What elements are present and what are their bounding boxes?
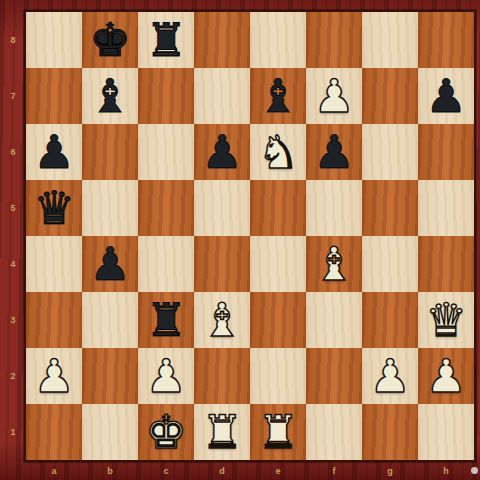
square-b4[interactable]: ♟ (82, 236, 138, 292)
square-a8[interactable] (26, 12, 82, 68)
square-a7[interactable] (26, 68, 82, 124)
file-label-f: f (324, 466, 344, 476)
piece-white-bishop-f4[interactable]: ♝ (306, 236, 362, 292)
square-e5[interactable] (250, 180, 306, 236)
file-label-b: b (100, 466, 120, 476)
square-a3[interactable] (26, 292, 82, 348)
file-label-d: d (212, 466, 232, 476)
piece-white-rook-e1[interactable]: ♜ (250, 404, 306, 460)
rank-label-5: 5 (0, 203, 26, 213)
square-g1[interactable] (362, 404, 418, 460)
square-g5[interactable] (362, 180, 418, 236)
square-h5[interactable] (418, 180, 474, 236)
square-f6[interactable]: ♟ (306, 124, 362, 180)
square-d6[interactable]: ♟ (194, 124, 250, 180)
piece-white-rook-d1[interactable]: ♜ (194, 404, 250, 460)
square-a4[interactable] (26, 236, 82, 292)
square-g3[interactable] (362, 292, 418, 348)
square-g2[interactable]: ♟ (362, 348, 418, 404)
square-d4[interactable] (194, 236, 250, 292)
piece-black-queen-a5[interactable]: ♛ (26, 180, 82, 236)
chess-board: ♚♜♝♝♟♟♟♟♞♟♛♟♝♜♝♛♟♟♟♟♚♜♜ (26, 12, 474, 460)
square-c1[interactable]: ♚ (138, 404, 194, 460)
file-label-e: e (268, 466, 288, 476)
rank-label-1: 1 (0, 427, 26, 437)
square-c7[interactable] (138, 68, 194, 124)
piece-black-pawn-f6[interactable]: ♟ (306, 124, 362, 180)
square-h2[interactable]: ♟ (418, 348, 474, 404)
square-f5[interactable] (306, 180, 362, 236)
square-g4[interactable] (362, 236, 418, 292)
square-b2[interactable] (82, 348, 138, 404)
rank-label-4: 4 (0, 259, 26, 269)
piece-white-pawn-a2[interactable]: ♟ (26, 348, 82, 404)
square-e2[interactable] (250, 348, 306, 404)
corner-dot (471, 467, 478, 474)
piece-black-rook-c8[interactable]: ♜ (138, 12, 194, 68)
rank-label-3: 3 (0, 315, 26, 325)
piece-white-pawn-f7[interactable]: ♟ (306, 68, 362, 124)
square-f7[interactable]: ♟ (306, 68, 362, 124)
square-h6[interactable] (418, 124, 474, 180)
square-d8[interactable] (194, 12, 250, 68)
square-a2[interactable]: ♟ (26, 348, 82, 404)
square-a1[interactable] (26, 404, 82, 460)
square-h4[interactable] (418, 236, 474, 292)
file-label-a: a (44, 466, 64, 476)
piece-black-pawn-h7[interactable]: ♟ (418, 68, 474, 124)
square-g6[interactable] (362, 124, 418, 180)
square-f4[interactable]: ♝ (306, 236, 362, 292)
square-c4[interactable] (138, 236, 194, 292)
piece-black-pawn-a6[interactable]: ♟ (26, 124, 82, 180)
piece-white-knight-e6[interactable]: ♞ (250, 124, 306, 180)
rank-label-6: 6 (0, 147, 26, 157)
file-label-c: c (156, 466, 176, 476)
square-h7[interactable]: ♟ (418, 68, 474, 124)
piece-black-bishop-e7[interactable]: ♝ (250, 68, 306, 124)
file-label-h: h (436, 466, 456, 476)
rank-label-8: 8 (0, 35, 26, 45)
square-h3[interactable]: ♛ (418, 292, 474, 348)
square-c3[interactable]: ♜ (138, 292, 194, 348)
rank-label-2: 2 (0, 371, 26, 381)
square-e1[interactable]: ♜ (250, 404, 306, 460)
square-c5[interactable] (138, 180, 194, 236)
square-f8[interactable] (306, 12, 362, 68)
square-d1[interactable]: ♜ (194, 404, 250, 460)
square-b1[interactable] (82, 404, 138, 460)
piece-black-rook-c3[interactable]: ♜ (138, 292, 194, 348)
piece-black-king-b8[interactable]: ♚ (82, 12, 138, 68)
piece-white-pawn-g2[interactable]: ♟ (362, 348, 418, 404)
chessboard-app: ♚♜♝♝♟♟♟♟♞♟♛♟♝♜♝♛♟♟♟♟♚♜♜ 12345678 abcdefg… (0, 0, 480, 480)
square-g7[interactable] (362, 68, 418, 124)
square-f3[interactable] (306, 292, 362, 348)
square-b7[interactable]: ♝ (82, 68, 138, 124)
square-b6[interactable] (82, 124, 138, 180)
square-g8[interactable] (362, 12, 418, 68)
square-e4[interactable] (250, 236, 306, 292)
square-h8[interactable] (418, 12, 474, 68)
square-c2[interactable]: ♟ (138, 348, 194, 404)
piece-black-pawn-d6[interactable]: ♟ (194, 124, 250, 180)
square-f1[interactable] (306, 404, 362, 460)
piece-black-bishop-b7[interactable]: ♝ (82, 68, 138, 124)
square-d3[interactable]: ♝ (194, 292, 250, 348)
piece-white-bishop-d3[interactable]: ♝ (194, 292, 250, 348)
square-c6[interactable] (138, 124, 194, 180)
square-a6[interactable]: ♟ (26, 124, 82, 180)
square-d2[interactable] (194, 348, 250, 404)
square-b8[interactable]: ♚ (82, 12, 138, 68)
square-d7[interactable] (194, 68, 250, 124)
square-a5[interactable]: ♛ (26, 180, 82, 236)
file-label-g: g (380, 466, 400, 476)
square-e7[interactable]: ♝ (250, 68, 306, 124)
piece-white-queen-h3[interactable]: ♛ (418, 292, 474, 348)
square-b3[interactable] (82, 292, 138, 348)
piece-white-pawn-c2[interactable]: ♟ (138, 348, 194, 404)
square-d5[interactable] (194, 180, 250, 236)
square-b5[interactable] (82, 180, 138, 236)
piece-black-pawn-b4[interactable]: ♟ (82, 236, 138, 292)
square-e3[interactable] (250, 292, 306, 348)
square-h1[interactable] (418, 404, 474, 460)
piece-white-pawn-h2[interactable]: ♟ (418, 348, 474, 404)
square-e6[interactable]: ♞ (250, 124, 306, 180)
rank-label-7: 7 (0, 91, 26, 101)
piece-white-king-c1[interactable]: ♚ (138, 404, 194, 460)
square-c8[interactable]: ♜ (138, 12, 194, 68)
board-wrap: ♚♜♝♝♟♟♟♟♞♟♛♟♝♜♝♛♟♟♟♟♚♜♜ (24, 10, 476, 462)
square-f2[interactable] (306, 348, 362, 404)
square-e8[interactable] (250, 12, 306, 68)
